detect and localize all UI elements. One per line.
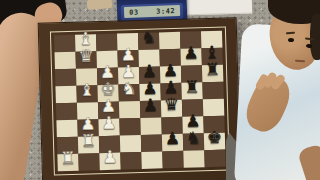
board-square: ♟ [98,119,119,137]
board-square [120,152,141,170]
piece-black-knight: ♞ [138,28,159,46]
clock-lcd: 03 3:42 [124,5,180,18]
piece-black-queen: ♛ [161,96,182,114]
board-square [162,151,183,169]
board-square: ♞ [183,133,204,151]
board-square: ♛ [161,100,182,118]
child-hair-side [310,14,320,60]
piece-black-knight: ♞ [183,129,204,147]
board-square [54,35,75,53]
board-square [202,82,223,100]
clock-left-display: 03 [129,8,139,16]
piece-white-pawn: ♟ [99,149,120,167]
board-square [54,52,75,70]
board-square: ♜ [202,65,223,83]
board-square: ♞ [118,84,139,102]
board-square [203,99,224,117]
board-square [183,150,204,168]
board-square [55,69,76,87]
board-square: ♟ [140,100,161,118]
board-square [204,150,225,168]
photo-frame: 03 3:42 ♝♞♛♟♟♝♟♟♟♟♜♝♚♞♟♟♜♟♟♛♟♟♟♜♟♞♚♜♟ [0,0,320,180]
board-square [56,120,77,138]
piece-white-rook: ♜ [57,150,78,168]
board-square [120,135,141,153]
piece-white-knight: ♞ [118,80,139,98]
child-left-eye [288,38,294,42]
piece-white-rook: ♜ [78,132,99,150]
piece-black-king: ♚ [204,129,225,147]
board-square: ♟ [180,48,201,66]
board-square: ♜ [78,136,99,154]
board-square [159,32,180,50]
piece-black-rook: ♜ [181,78,202,96]
piece-white-queen: ♛ [75,47,96,65]
board-square: ♝ [76,85,97,103]
piece-white-pawn: ♟ [98,115,119,133]
piece-black-pawn: ♟ [140,96,161,114]
board-square: ♚ [204,133,225,151]
board-square [56,103,77,121]
piece-black-pawn: ♟ [162,130,183,148]
board-square [141,151,162,169]
board-square [55,86,76,104]
clock-right-display: 3:42 [156,7,175,16]
chess-board: ♝♞♛♟♟♝♟♟♟♟♜♝♚♞♟♟♜♟♟♛♟♟♟♜♟♞♚♜♟ [38,17,242,180]
board-square: ♟ [99,153,120,171]
board-square [119,118,140,136]
piece-black-rook: ♜ [202,61,223,79]
board-square [140,117,161,135]
piece-white-bishop: ♝ [76,81,97,99]
board-square: ♞ [138,32,159,50]
board-square: ♛ [75,51,96,69]
board-square [96,34,117,52]
board-square: ♟ [162,134,183,152]
board-square [78,153,99,171]
board-square [119,101,140,119]
board-square: ♜ [181,82,202,100]
board-square: ♜ [57,154,78,172]
table-object [87,0,113,10]
board-grid: ♝♞♛♟♟♝♟♟♟♟♜♝♚♞♟♟♜♟♟♛♟♟♟♜♟♞♚♜♟ [54,31,226,172]
board-square [141,134,162,152]
piece-black-pawn: ♟ [180,44,201,62]
